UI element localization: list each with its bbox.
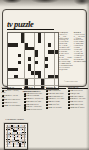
listing-text: Movie: 'City Lights' xyxy=(51,98,64,99)
listing-text: Sunday news report xyxy=(29,93,42,94)
listings-day-header: SATURDAY xyxy=(2,86,23,90)
listing-item: 58:00 Family comedy xyxy=(68,96,89,98)
listing-item: 47:30 Wild Kingdom xyxy=(24,95,45,97)
listing-text: Talk — guest stars xyxy=(29,106,41,107)
title-underline xyxy=(7,29,54,30)
listing-text: Variety special xyxy=(73,101,82,102)
page-title: tv puzzle xyxy=(7,20,33,29)
listing-item: 47:30 Game show parade xyxy=(46,93,67,95)
listing-item: 47:30 Movie: 'The Big Show' xyxy=(2,95,23,99)
listings-day-header: TUESDAY xyxy=(68,86,89,90)
listing-text: Sign-off concert xyxy=(74,107,84,108)
listing-item: 119:30 Talk — guest stars xyxy=(24,106,45,108)
listing-item: 910:00 Late news roundup xyxy=(2,105,23,107)
listing-item: 1110:00 Nightly report xyxy=(68,104,89,106)
down-list: 1 Lucy's co-star2 '___ the Press'3 Ad br… xyxy=(74,34,87,63)
copyright-note: © King Features Synd. xyxy=(58,81,84,83)
newspaper-page: tv puzzle Solution to this puzzle appear… xyxy=(0,0,89,150)
across-clues-column: ACROSS 1 Ball of TV5 ___ Haw8 Merv's sho… xyxy=(59,31,73,71)
listing-text: Police drama xyxy=(51,101,59,102)
crossword-grid xyxy=(7,32,60,91)
clue-item: 24 Canned laughs xyxy=(74,61,87,63)
listings-column-sunday: SUNDAYMOVIES • JAN. 927:00 Sunday news r… xyxy=(24,86,45,112)
down-clues-column: DOWN 1 Lucy's co-star2 '___ the Press'3 … xyxy=(74,31,87,63)
listing-text: News at seven xyxy=(73,90,82,91)
puzzle-box: tv puzzle Solution to this puzzle appear… xyxy=(2,9,87,87)
listings-day-header: MONDAY xyxy=(46,86,67,90)
listing-item: 1310:30 Late talk show xyxy=(46,107,67,109)
listings-column-monday: MONDAY27:00 Evening news47:30 Game show … xyxy=(46,86,67,110)
listing-item: 1310:00 Weekend wrap-up xyxy=(24,109,45,111)
listing-text: Evening news xyxy=(51,90,60,91)
listing-text: Variety hour special xyxy=(7,99,20,100)
listings-column-tuesday: TUESDAY27:00 News at seven47:30 Quiz tim… xyxy=(68,86,89,110)
listing-text: Drama special xyxy=(29,104,38,105)
listing-item: 58:00 Movie: 'Western Trail' xyxy=(24,98,45,100)
clue-item: 38 Quiz host xyxy=(59,69,73,71)
listing-text: Family comedy xyxy=(73,96,83,97)
solution-grid: TVPUZZLESOLUTVPUZZLESOLUTIPUZZLESOLUTIOU… xyxy=(6,125,26,148)
listing-text: News final xyxy=(52,104,59,105)
listing-text: Movie: 'The Chase' xyxy=(73,98,85,99)
listing-text: Late news roundup xyxy=(8,105,20,106)
listings-day-header: SUNDAY xyxy=(24,86,45,90)
listing-text: Comedy half-hour xyxy=(29,101,41,102)
listing-item: 47:30 Quiz time xyxy=(68,93,89,95)
listings-column-saturday: SATURDAY27:00 News — weather, sports47:3… xyxy=(2,86,23,108)
listing-item: 79:00 Mystery theatre xyxy=(2,102,23,104)
scan-shade-top xyxy=(0,0,89,7)
listing-item: 1110:00 News final xyxy=(46,104,67,106)
listing-text: Game show parade xyxy=(51,93,63,94)
solution-caption: LAST WEEK'S ANSWER xyxy=(2,119,27,121)
listing-text: Quiz time xyxy=(73,93,79,94)
listing-item: 27:00 Evening news xyxy=(46,90,67,92)
listing-text: Wild Kingdom xyxy=(29,95,39,96)
listing-text: Movie: 'Western Trail' xyxy=(29,98,43,99)
listing-text: Sitcom double bill xyxy=(51,96,63,97)
listing-text: Late talk show xyxy=(52,107,61,108)
listing-item: 1310:30 Sign-off concert xyxy=(68,107,89,109)
listing-item: 27:00 News — weather, sports xyxy=(2,90,23,94)
listing-text: Mystery theatre xyxy=(7,102,17,103)
listing-item: 58:00 Variety hour special xyxy=(2,99,23,101)
listing-text: Nightly report xyxy=(74,104,83,105)
across-list: 1 Ball of TV5 ___ Haw8 Merv's show12 Koj… xyxy=(59,34,73,71)
listing-item: 99:00 Variety special xyxy=(68,101,89,103)
listing-item: 99:00 Police drama xyxy=(46,101,67,103)
scan-shade-right xyxy=(86,0,89,150)
scan-shade-bottom xyxy=(0,147,89,150)
listing-item: 78:30 Comedy half-hour xyxy=(24,101,45,103)
listing-text: Weekend wrap-up xyxy=(30,109,42,110)
listing-item: 27:00 News at seven xyxy=(68,90,89,92)
listing-item: 78:30 Movie: 'The Chase' xyxy=(68,98,89,100)
solution-box: TVPUZZLESOLUTVPUZZLESOLUTIPUZZLESOLUTIOU… xyxy=(4,123,28,150)
listing-item: 78:30 Movie: 'City Lights' xyxy=(46,98,67,100)
